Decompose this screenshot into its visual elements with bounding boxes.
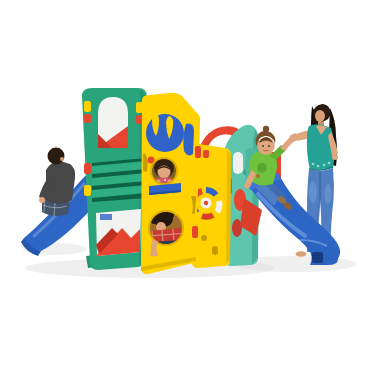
- blue-cutout-sliver: [183, 124, 194, 156]
- girl-eye: [268, 145, 270, 147]
- clip-red: [203, 150, 209, 158]
- right-slide-notch: [312, 252, 323, 263]
- clip-yellow: [84, 185, 91, 196]
- jeans-fade: [309, 181, 317, 203]
- hem-dot: [312, 163, 315, 166]
- panel-slot: [212, 246, 218, 255]
- woman-hand-down: [332, 154, 338, 160]
- wheel-hub-dot: [204, 201, 208, 205]
- wheel-arc-white: [217, 201, 219, 212]
- girl-ponytail: [263, 126, 269, 132]
- girl-eye: [262, 145, 264, 147]
- woman-face: [315, 110, 325, 122]
- girl-shirt-print: [256, 174, 260, 178]
- clip-yellow: [84, 101, 91, 112]
- yellow-panel: [141, 93, 201, 274]
- shirt-dot: [164, 179, 166, 181]
- woman-foot: [296, 251, 307, 257]
- teal-cutout-slot: [233, 152, 243, 174]
- hem-dot: [323, 164, 326, 167]
- clip-red: [195, 146, 201, 158]
- clip-red: [84, 163, 91, 174]
- boy-left-hand: [39, 197, 45, 203]
- wheel-arc-red2: [202, 215, 213, 217]
- product-photo: [0, 0, 380, 380]
- clip-red: [192, 226, 198, 238]
- crawling-boy-hand: [150, 252, 158, 257]
- boy-left-head: [48, 148, 65, 165]
- girl-hand-down: [244, 183, 250, 189]
- girl-shirt-print: [257, 163, 267, 173]
- boy-left-ear: [60, 157, 64, 161]
- hem-dot: [328, 162, 331, 165]
- blue-cutout-circle: [146, 114, 184, 152]
- hem-dot: [317, 165, 320, 168]
- girl-hand-highfive: [289, 134, 296, 141]
- jeans-fade: [325, 184, 332, 204]
- clip-red: [84, 114, 91, 123]
- panel-hole: [201, 235, 207, 241]
- lower-opening-blue: [100, 214, 112, 220]
- playground-illustration: [0, 0, 380, 380]
- teal-cutout-red2: [232, 219, 242, 237]
